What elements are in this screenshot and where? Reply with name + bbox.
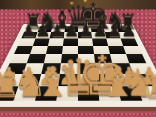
piece-white-bishop: ♝ [35,62,57,103]
square-f7: ♟ [91,32,106,38]
piece-white-knight: ♞ [13,65,35,103]
square-c1: ♝ [35,86,58,100]
piece-white-bishop: ♝ [100,62,122,103]
piece-black-pawn: ♟ [64,22,78,39]
square-d6 [63,39,78,46]
chess-board: ♜♞♝♛♚♝♞♜♟♟♟♟♟♟♟♟♟♟♟♟♟♟♟♟♜♞♝♛♚♝♞♜ [0,24,156,107]
square-g1: ♞ [118,86,143,100]
piece-black-pawn: ♟ [35,22,49,39]
piece-black-pawn: ♟ [107,22,121,39]
square-h7: ♟ [118,32,134,38]
square-c7: ♟ [50,32,65,38]
square-a5 [14,46,33,54]
piece-black-pawn: ♟ [121,22,135,39]
square-e7: ♟ [78,32,92,38]
piece-white-rook: ♜ [0,69,13,103]
piece-black-pawn: ♟ [78,22,92,39]
square-f1: ♝ [98,86,121,100]
piece-white-knight: ♞ [121,65,143,103]
square-e1: ♚ [78,86,99,100]
square-c6 [48,39,64,46]
square-g7: ♟ [105,32,121,38]
board-perspective-wrap: ♜♞♝♛♚♝♞♜♟♟♟♟♟♟♟♟♟♟♟♟♟♟♟♟♜♞♝♛♚♝♞♜ [0,24,156,107]
piece-black-pawn: ♟ [21,22,35,39]
square-b5 [30,46,48,54]
square-d1: ♛ [57,86,78,100]
square-d7: ♟ [64,32,78,38]
piece-white-queen: ♛ [56,53,78,103]
piece-white-rook: ♜ [143,69,156,103]
piece-black-pawn: ♟ [49,22,63,39]
piece-black-pawn: ♟ [92,22,106,39]
photo-scene: ♜♞♝♛♚♝♞♜♟♟♟♟♟♟♟♟♟♟♟♟♟♟♟♟♜♞♝♛♚♝♞♜ [0,0,156,117]
piece-white-king: ♚ [78,48,100,102]
